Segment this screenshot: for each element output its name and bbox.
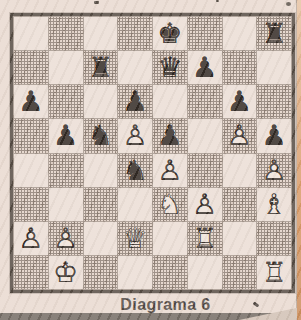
square-f3: ♟♙ [188, 188, 222, 221]
square-h2 [257, 222, 291, 255]
square-f6 [188, 85, 222, 118]
square-f5 [188, 119, 222, 152]
black-knight-icon: ♞ [118, 154, 152, 187]
white-knight-icon: ♘ [153, 188, 187, 221]
square-d2: ♛♕ [118, 222, 152, 255]
square-d4: ♞ [118, 154, 152, 187]
square-b8 [49, 17, 83, 50]
square-h3: ♝♗ [257, 188, 291, 221]
square-g1 [223, 256, 257, 289]
white-pawn-icon: ♙ [153, 154, 187, 187]
square-e7: ♛ [153, 51, 187, 84]
white-pawn-icon: ♙ [14, 222, 48, 255]
square-e3: ♞♘ [153, 188, 187, 221]
white-pawn-icon: ♙ [257, 154, 291, 187]
black-pawn-icon: ♟ [49, 119, 83, 152]
square-g2 [223, 222, 257, 255]
square-a6: ♟ [14, 85, 48, 118]
square-g3 [223, 188, 257, 221]
square-a1 [14, 256, 48, 289]
square-c8 [84, 17, 118, 50]
square-h1: ♜♖ [257, 256, 291, 289]
square-h6 [257, 85, 291, 118]
square-c5: ♞ [84, 119, 118, 152]
square-c6 [84, 85, 118, 118]
square-c4 [84, 154, 118, 187]
square-b5: ♟ [49, 119, 83, 152]
square-c2 [84, 222, 118, 255]
square-e4: ♟♙ [153, 154, 187, 187]
black-queen-icon: ♛ [153, 51, 187, 84]
black-knight-icon: ♞ [84, 119, 118, 152]
square-a3 [14, 188, 48, 221]
white-queen-icon: ♕ [118, 222, 152, 255]
square-b6 [49, 85, 83, 118]
square-f8 [188, 17, 222, 50]
square-a7 [14, 51, 48, 84]
square-h8: ♜ [257, 17, 291, 50]
white-bishop-icon: ♗ [257, 188, 291, 221]
square-d8 [118, 17, 152, 50]
square-b4 [49, 154, 83, 187]
chess-board: ♚♜♜♛♟♟♟♟♟♞♟♙♟♟♙♟♞♟♙♟♙♞♘♟♙♝♗♟♙♟♙♛♕♜♖♚♔♜♖ [14, 17, 291, 289]
square-f4 [188, 154, 222, 187]
square-g7 [223, 51, 257, 84]
square-d1 [118, 256, 152, 289]
chess-board-frame: ♚♜♜♛♟♟♟♟♟♞♟♙♟♟♙♟♞♟♙♟♙♞♘♟♙♝♗♟♙♟♙♛♕♜♖♚♔♜♖ [10, 13, 295, 293]
white-pawn-icon: ♙ [188, 188, 222, 221]
page-edge-strip [297, 0, 301, 320]
black-king-icon: ♚ [153, 17, 187, 50]
square-g6: ♟ [223, 85, 257, 118]
square-e2 [153, 222, 187, 255]
square-g5: ♟♙ [223, 119, 257, 152]
black-rook-icon: ♜ [84, 51, 118, 84]
square-h7 [257, 51, 291, 84]
square-d7 [118, 51, 152, 84]
white-pawn-icon: ♙ [223, 119, 257, 152]
square-d6: ♟ [118, 85, 152, 118]
black-pawn-icon: ♟ [153, 119, 187, 152]
square-d5: ♟♙ [118, 119, 152, 152]
square-c3 [84, 188, 118, 221]
square-a5 [14, 119, 48, 152]
square-b2: ♟♙ [49, 222, 83, 255]
white-rook-icon: ♖ [188, 222, 222, 255]
square-a8 [14, 17, 48, 50]
white-rook-icon: ♖ [257, 256, 291, 289]
square-f7: ♟ [188, 51, 222, 84]
square-b3 [49, 188, 83, 221]
square-a2: ♟♙ [14, 222, 48, 255]
square-a4 [14, 154, 48, 187]
square-e6 [153, 85, 187, 118]
square-e5: ♟ [153, 119, 187, 152]
white-pawn-icon: ♙ [49, 222, 83, 255]
black-pawn-icon: ♟ [223, 85, 257, 118]
square-h5: ♟ [257, 119, 291, 152]
black-pawn-icon: ♟ [257, 119, 291, 152]
black-pawn-icon: ♟ [118, 85, 152, 118]
black-pawn-icon: ♟ [188, 51, 222, 84]
scan-speck [94, 1, 99, 4]
square-c1 [84, 256, 118, 289]
scan-speck [286, 2, 291, 6]
white-pawn-icon: ♙ [118, 119, 152, 152]
square-e8: ♚ [153, 17, 187, 50]
square-g4 [223, 154, 257, 187]
square-d3 [118, 188, 152, 221]
square-c7: ♜ [84, 51, 118, 84]
square-b7 [49, 51, 83, 84]
square-g8 [223, 17, 257, 50]
black-pawn-icon: ♟ [14, 85, 48, 118]
scan-speck [216, 0, 219, 2]
white-king-icon: ♔ [49, 256, 83, 289]
square-e1 [153, 256, 187, 289]
square-f2: ♜♖ [188, 222, 222, 255]
square-b1: ♚♔ [49, 256, 83, 289]
black-rook-icon: ♜ [257, 17, 291, 50]
square-h4: ♟♙ [257, 154, 291, 187]
square-f1 [188, 256, 222, 289]
